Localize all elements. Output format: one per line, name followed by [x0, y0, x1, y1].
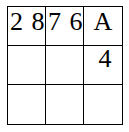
cell-r1c2[interactable]: 4 — [84, 46, 122, 85]
cell-r0c2[interactable]: A — [84, 7, 122, 46]
cell-value: 4 — [99, 46, 112, 72]
cell-r2c1[interactable] — [46, 85, 84, 124]
cell-r2c2[interactable] — [84, 85, 122, 124]
cell-value: A — [94, 9, 113, 35]
cell-r0c1[interactable]: 7 6 — [46, 7, 84, 46]
puzzle-grid: 2 8 7 6 A 4 — [7, 6, 123, 125]
cell-r1c1[interactable] — [46, 46, 84, 85]
cell-r1c0[interactable] — [8, 46, 46, 85]
cell-r0c0[interactable]: 2 8 — [8, 7, 46, 46]
cell-r2c0[interactable] — [8, 85, 46, 124]
cell-value: 2 8 — [10, 9, 45, 35]
cell-value: 7 6 — [48, 9, 83, 35]
